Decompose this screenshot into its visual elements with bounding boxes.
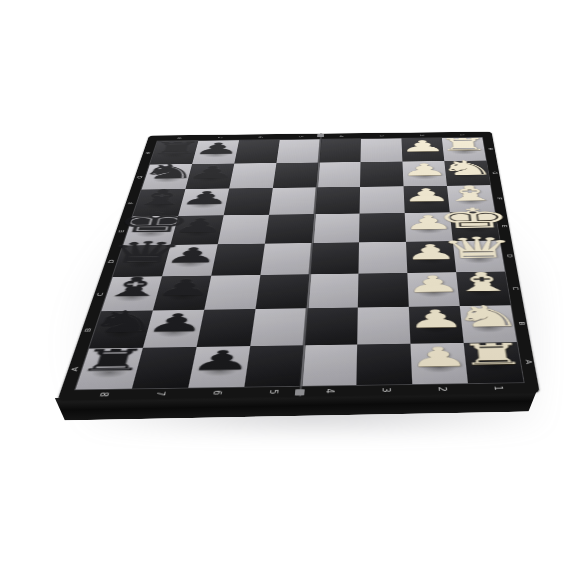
square-e4[interactable] [312,214,360,243]
square-f5[interactable] [269,187,316,214]
square-h3[interactable] [360,138,402,162]
square-a2[interactable] [410,343,467,384]
square-c1[interactable] [456,272,510,306]
square-a8[interactable] [76,348,143,390]
black-knight-glyph: ♞ [136,162,200,181]
rank-label-front-3: 3 [380,385,388,394]
square-b7[interactable] [143,310,204,348]
file-label-left-D: D [107,258,116,265]
square-e3[interactable] [359,213,406,242]
black-pawn-glyph: ♟ [191,141,242,156]
square-b2[interactable] [409,306,464,344]
white-knight-glyph: ♞ [436,158,497,177]
square-c8[interactable] [101,276,162,311]
rank-label-front-5: 5 [267,387,276,396]
square-h5[interactable] [276,139,320,163]
hinge-notch-back [317,134,324,137]
white-pawn-glyph: ♟ [399,139,447,154]
file-label-left-A: A [70,364,81,373]
black-pawn-glyph: ♟ [170,216,227,235]
rank-label-front-1: 1 [492,384,502,393]
square-d4[interactable] [309,242,359,274]
square-d3[interactable] [358,242,407,274]
square-c4[interactable] [307,274,359,309]
chess-board: AABBCCDDEEFFGGHH8877665544332211 ♜♟♟♜♞♟♟… [57,132,539,401]
square-c5[interactable] [256,274,310,309]
black-bishop-glyph: ♝ [128,187,193,207]
square-a7[interactable] [132,347,197,389]
file-label-right-C: C [510,284,519,291]
file-label-left-B: B [83,326,94,334]
square-a5[interactable] [244,345,303,386]
square-g5[interactable] [273,163,319,188]
file-label-left-C: C [96,290,106,297]
square-a1[interactable] [464,342,524,383]
square-g3[interactable] [360,162,403,187]
white-pawn-glyph: ♟ [401,213,455,231]
square-b5[interactable] [250,308,307,346]
square-c6[interactable] [204,275,260,310]
rank-label-back-5: 5 [297,134,304,139]
square-e5[interactable] [265,214,314,244]
square-a4[interactable] [300,344,357,385]
square-h4[interactable] [318,139,360,163]
square-c3[interactable] [358,273,409,308]
square-c7[interactable] [153,276,211,311]
hinge-notch-front [295,389,305,396]
square-c2[interactable] [407,272,459,307]
square-d5[interactable] [260,243,312,275]
square-b4[interactable] [304,308,358,346]
square-f3[interactable] [360,186,405,213]
white-bishop-glyph: ♝ [440,184,501,204]
file-label-right-A: A [522,357,532,366]
square-b6[interactable] [197,309,256,347]
square-a6[interactable] [188,346,250,388]
square-b1[interactable] [460,305,517,343]
chess-set-photo: AABBCCDDEEFFGGHH8877665544332211 ♜♟♟♜♞♟♟… [0,0,572,572]
rank-label-back-3: 3 [378,134,384,139]
perspective-view: AABBCCDDEEFFGGHH8877665544332211 ♜♟♟♜♞♟♟… [0,0,572,572]
rank-label-back-4: 4 [338,134,344,139]
rank-label-front-6: 6 [210,388,220,397]
rank-label-back-6: 6 [256,135,263,140]
square-b3[interactable] [357,307,410,345]
square-b8[interactable] [89,310,153,348]
square-a3[interactable] [356,344,412,385]
square-f4[interactable] [314,187,360,214]
file-label-right-B: B [516,319,525,327]
rank-label-front-8: 8 [97,390,108,399]
rank-label-front-7: 7 [153,389,164,398]
square-g4[interactable] [316,162,360,187]
rank-label-front-2: 2 [436,384,445,393]
rank-label-front-4: 4 [324,386,333,395]
